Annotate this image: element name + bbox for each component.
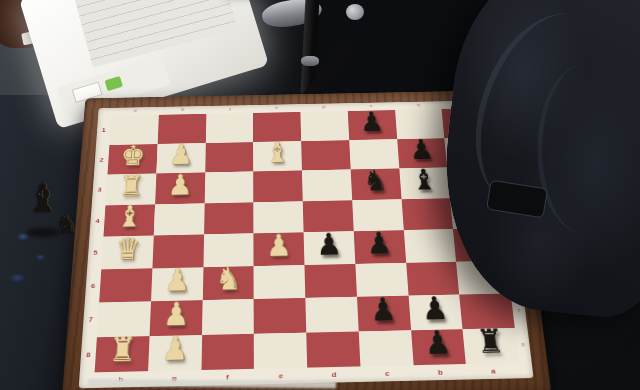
square-g3[interactable]: ♟ — [155, 172, 205, 204]
square-f6[interactable]: ♞ — [202, 266, 254, 300]
tripod-knob — [346, 4, 364, 20]
file-label-bottom-a: a — [466, 363, 521, 380]
white-bishop-e2[interactable]: ♝ — [253, 139, 302, 167]
square-g4[interactable] — [154, 203, 205, 236]
square-e2[interactable]: ♝ — [253, 141, 302, 172]
white-pawn-g3[interactable]: ♟ — [155, 170, 205, 199]
square-f2[interactable] — [205, 142, 254, 173]
square-b3[interactable]: ♝ — [399, 167, 450, 198]
white-pawn-e5[interactable]: ♟ — [254, 230, 305, 261]
black-pawn-b2[interactable]: ♟ — [397, 136, 447, 164]
white-pawn-g8[interactable]: ♟ — [148, 332, 202, 366]
square-c1[interactable]: ♟ — [348, 110, 397, 140]
black-pawn-d5[interactable]: ♟ — [304, 229, 355, 260]
black-pawn-c7[interactable]: ♟ — [357, 293, 411, 326]
black-pawn-c1[interactable]: ♟ — [347, 108, 396, 136]
bag-fold — [537, 64, 632, 234]
white-king-h2[interactable]: ♚ — [108, 142, 158, 170]
square-d1[interactable] — [300, 111, 349, 141]
square-c3[interactable]: ♞ — [350, 168, 401, 199]
black-pawn-c5[interactable]: ♟ — [353, 228, 405, 259]
black-pawn-b7[interactable]: ♟ — [408, 292, 462, 325]
white-pawn-g6[interactable]: ♟ — [151, 265, 203, 297]
square-e8[interactable] — [254, 332, 307, 369]
square-g8[interactable]: ♟ — [148, 335, 202, 372]
captured-bishop-shadow — [26, 228, 60, 237]
square-c7[interactable]: ♟ — [357, 296, 411, 331]
white-bishop-h4[interactable]: ♝ — [104, 202, 155, 232]
square-h6[interactable] — [99, 268, 152, 303]
white-pawn-g2[interactable]: ♟ — [156, 141, 205, 169]
margin-corner — [519, 363, 534, 379]
file-label-bottom-b: b — [413, 364, 467, 381]
square-d6[interactable] — [304, 264, 356, 298]
square-h8[interactable]: ♜ — [95, 336, 150, 373]
square-e3[interactable] — [253, 170, 302, 202]
square-e6[interactable] — [254, 265, 306, 299]
captured-black-bishop[interactable]: ♝ — [26, 176, 60, 220]
square-f4[interactable] — [204, 202, 254, 234]
square-d3[interactable] — [302, 169, 352, 200]
black-pawn-b8[interactable]: ♟ — [410, 326, 465, 360]
white-pawn-g7[interactable]: ♟ — [150, 298, 203, 331]
white-knight-f6[interactable]: ♞ — [202, 263, 253, 295]
white-rook-h3[interactable]: ♜ — [106, 171, 156, 200]
square-d2[interactable] — [301, 140, 350, 171]
black-knight-c3[interactable]: ♞ — [350, 166, 400, 195]
captured-black-knight[interactable]: ♞ — [56, 210, 78, 238]
file-label-bottom-c: c — [360, 365, 414, 382]
square-c8[interactable] — [358, 330, 413, 366]
square-e5[interactable]: ♟ — [254, 232, 305, 265]
square-e7[interactable] — [254, 298, 306, 333]
margin-corner — [98, 108, 112, 116]
square-c5[interactable]: ♟ — [354, 230, 406, 263]
square-d7[interactable] — [305, 297, 358, 332]
square-f1[interactable] — [205, 113, 253, 143]
black-bishop-b3[interactable]: ♝ — [399, 165, 450, 194]
square-f8[interactable] — [201, 333, 254, 370]
square-b5[interactable] — [403, 229, 456, 262]
scene-photo: hgfedcba1♟♚12♚♟♝♟23♜♟♞♝♜34♝45♛♟♟♟♛56♟♞67… — [0, 0, 640, 390]
black-rook-a8[interactable]: ♜ — [462, 325, 518, 359]
laptop-sticker-green — [105, 76, 124, 91]
square-d8[interactable] — [306, 331, 360, 368]
square-a8[interactable]: ♜ — [463, 328, 519, 364]
tripod-ring — [301, 56, 319, 66]
square-f7[interactable] — [202, 299, 254, 334]
square-d5[interactable]: ♟ — [304, 231, 356, 264]
square-b4[interactable] — [401, 198, 453, 230]
square-f3[interactable] — [204, 171, 253, 203]
white-rook-h8[interactable]: ♜ — [95, 333, 149, 367]
square-h5[interactable]: ♛ — [101, 235, 153, 269]
white-queen-h5[interactable]: ♛ — [102, 233, 154, 264]
square-b8[interactable]: ♟ — [411, 329, 466, 365]
